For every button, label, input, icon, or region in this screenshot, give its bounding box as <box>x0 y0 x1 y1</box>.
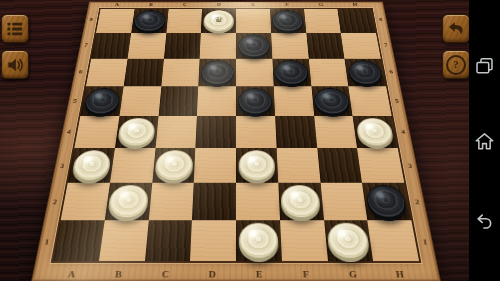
file-label-top-d: D <box>217 2 221 6</box>
file-label-top-f: F <box>285 2 289 6</box>
square-a6 <box>86 59 127 87</box>
file-label-bottom-c: C <box>162 269 170 279</box>
checkers-app-screen: ♛ AABBCCDDEEFFGGHH8877665544332211 <box>0 0 500 281</box>
rank-label-right-5: 5 <box>394 98 399 104</box>
rank-label-left-7: 7 <box>84 42 88 47</box>
square-e3[interactable] <box>236 148 278 183</box>
piece-black-man[interactable] <box>272 10 304 31</box>
file-label-bottom-f: F <box>303 269 310 279</box>
piece-black-man[interactable] <box>238 34 270 57</box>
square-f3 <box>276 148 320 183</box>
speaker-icon <box>5 55 25 75</box>
square-g4 <box>314 116 357 148</box>
square-a5[interactable] <box>80 86 123 116</box>
square-e2 <box>236 183 280 221</box>
square-c2 <box>148 183 194 221</box>
piece-white-man[interactable] <box>239 223 279 259</box>
square-a7[interactable] <box>91 33 131 59</box>
square-g8 <box>304 9 341 33</box>
piece-black-man[interactable] <box>83 88 121 114</box>
square-f4[interactable] <box>275 116 317 148</box>
square-f6[interactable] <box>272 59 311 87</box>
square-g7[interactable] <box>306 33 345 59</box>
help-button[interactable]: ? <box>442 50 470 79</box>
rank-label-left-3: 3 <box>59 162 64 169</box>
square-d7 <box>200 33 236 59</box>
square-d1 <box>190 220 236 261</box>
square-g3[interactable] <box>317 148 362 183</box>
piece-white-man[interactable] <box>107 185 149 218</box>
piece-white-man[interactable] <box>71 150 112 181</box>
file-label-top-c: C <box>183 2 187 6</box>
checkers-board: ♛ AABBCCDDEEFFGGHH8877665544332211 <box>31 2 441 281</box>
square-a3[interactable] <box>68 148 115 183</box>
piece-black-man[interactable] <box>238 88 272 114</box>
square-b4[interactable] <box>115 116 158 148</box>
square-b6[interactable] <box>123 59 163 87</box>
piece-white-man[interactable] <box>117 118 155 146</box>
square-h5 <box>349 86 392 116</box>
square-a4 <box>74 116 119 148</box>
square-f2[interactable] <box>278 183 324 221</box>
square-h8[interactable] <box>338 9 376 33</box>
undo-button[interactable] <box>442 14 470 43</box>
file-label-bottom-b: B <box>115 269 123 279</box>
rank-label-right-3: 3 <box>407 162 412 169</box>
square-d8[interactable]: ♛ <box>201 9 236 33</box>
square-h3 <box>357 148 404 183</box>
square-c5[interactable] <box>158 86 198 116</box>
rank-label-right-6: 6 <box>389 69 394 75</box>
piece-black-man[interactable] <box>313 88 350 114</box>
file-label-bottom-g: G <box>348 269 357 279</box>
square-h4[interactable] <box>353 116 398 148</box>
piece-white-king[interactable]: ♛ <box>203 10 234 31</box>
king-crown-icon: ♛ <box>214 16 224 24</box>
square-b5 <box>119 86 161 116</box>
file-label-bottom-e: E <box>256 269 263 279</box>
piece-white-man[interactable] <box>281 185 321 218</box>
rank-label-left-6: 6 <box>78 69 83 75</box>
rank-label-right-7: 7 <box>384 42 388 47</box>
piece-white-man[interactable] <box>355 118 395 146</box>
question-mark-icon: ? <box>446 55 466 75</box>
board-grid: ♛ <box>51 8 422 263</box>
square-f1 <box>280 220 328 261</box>
menu-button[interactable] <box>1 14 29 43</box>
rank-label-right-4: 4 <box>401 129 406 136</box>
square-c7[interactable] <box>164 33 201 59</box>
file-label-bottom-h: H <box>395 269 405 279</box>
square-d6[interactable] <box>198 59 236 87</box>
menu-list-icon <box>5 19 25 39</box>
file-label-top-g: G <box>319 2 324 6</box>
square-c3[interactable] <box>152 148 196 183</box>
square-c8 <box>166 9 202 33</box>
square-f8[interactable] <box>270 9 306 33</box>
piece-black-man[interactable] <box>201 60 234 84</box>
piece-white-man[interactable] <box>326 223 370 259</box>
square-e1[interactable] <box>236 220 282 261</box>
file-label-top-e: E <box>251 2 255 6</box>
piece-black-man[interactable] <box>365 185 408 218</box>
rank-label-right-1: 1 <box>422 238 428 247</box>
square-b7 <box>127 33 166 59</box>
square-b8[interactable] <box>131 9 168 33</box>
piece-white-man[interactable] <box>238 150 275 181</box>
rank-label-left-8: 8 <box>89 17 93 22</box>
square-a2 <box>61 183 110 221</box>
file-label-bottom-a: A <box>67 269 76 279</box>
square-g5[interactable] <box>311 86 353 116</box>
square-h1 <box>368 220 420 261</box>
file-label-top-h: H <box>352 2 357 6</box>
recent-apps-icon[interactable] <box>473 55 496 78</box>
rank-label-left-1: 1 <box>44 238 50 247</box>
square-b2[interactable] <box>104 183 151 221</box>
file-label-top-a: A <box>115 2 120 6</box>
square-a1[interactable] <box>53 220 105 261</box>
rank-label-left-2: 2 <box>52 198 58 206</box>
square-e7[interactable] <box>236 33 272 59</box>
file-label-top-b: B <box>149 2 153 6</box>
square-f5 <box>274 86 314 116</box>
sound-button[interactable] <box>1 50 29 79</box>
undo-arrow-icon <box>446 19 466 39</box>
square-c6 <box>161 59 200 87</box>
square-g6 <box>308 59 348 87</box>
piece-black-man[interactable] <box>347 60 384 84</box>
back-arrow-icon[interactable] <box>473 209 496 232</box>
square-e5[interactable] <box>236 86 275 116</box>
square-d5 <box>197 86 236 116</box>
piece-white-man[interactable] <box>155 150 194 181</box>
piece-black-man[interactable] <box>274 60 308 84</box>
square-b1 <box>99 220 149 261</box>
square-h7 <box>341 33 381 59</box>
home-icon[interactable] <box>473 130 496 153</box>
square-d4[interactable] <box>196 116 236 148</box>
square-f7 <box>271 33 308 59</box>
android-navigation-bar <box>469 0 500 281</box>
square-e4 <box>236 116 276 148</box>
rank-label-left-4: 4 <box>66 129 71 136</box>
square-e6 <box>236 59 274 87</box>
square-g1[interactable] <box>324 220 374 261</box>
rank-label-right-8: 8 <box>379 17 383 22</box>
square-g2 <box>320 183 367 221</box>
file-label-bottom-d: D <box>209 269 217 279</box>
square-b3 <box>110 148 155 183</box>
square-d3 <box>194 148 236 183</box>
square-h6[interactable] <box>345 59 386 87</box>
square-c4 <box>155 116 197 148</box>
square-e8 <box>236 9 271 33</box>
square-d2[interactable] <box>192 183 236 221</box>
piece-black-man[interactable] <box>133 10 166 31</box>
square-h2[interactable] <box>362 183 411 221</box>
rank-label-left-5: 5 <box>73 98 78 104</box>
square-a8 <box>96 9 134 33</box>
rank-label-right-2: 2 <box>414 198 420 206</box>
square-c1[interactable] <box>144 220 192 261</box>
